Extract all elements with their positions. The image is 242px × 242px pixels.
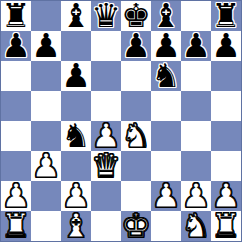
square-a4[interactable] [1, 121, 31, 151]
square-c2[interactable]: ♟ [61, 181, 91, 211]
square-g1[interactable]: ♞ [181, 211, 211, 241]
white-pawn: ♟ [1, 181, 31, 211]
white-pawn: ♟ [61, 181, 91, 211]
square-e5[interactable] [121, 91, 151, 121]
square-d4[interactable]: ♟ [91, 121, 121, 151]
black-king: ♚ [121, 1, 151, 31]
square-h3[interactable] [211, 151, 241, 181]
square-c6[interactable]: ♟ [61, 61, 91, 91]
square-g4[interactable] [181, 121, 211, 151]
square-f7[interactable]: ♟ [151, 31, 181, 61]
square-g3[interactable] [181, 151, 211, 181]
square-h1[interactable]: ♜ [211, 211, 241, 241]
square-a2[interactable]: ♟ [1, 181, 31, 211]
black-pawn: ♟ [31, 31, 61, 61]
square-f8[interactable]: ♝ [151, 1, 181, 31]
black-rook: ♜ [1, 1, 31, 31]
square-g2[interactable]: ♟ [181, 181, 211, 211]
square-f1[interactable] [151, 211, 181, 241]
square-b1[interactable] [31, 211, 61, 241]
white-knight: ♞ [121, 121, 151, 151]
square-a5[interactable] [1, 91, 31, 121]
square-e2[interactable] [121, 181, 151, 211]
square-h7[interactable]: ♟ [211, 31, 241, 61]
square-g6[interactable] [181, 61, 211, 91]
white-pawn: ♟ [91, 121, 121, 151]
white-king: ♚ [121, 211, 151, 241]
square-d7[interactable] [91, 31, 121, 61]
chess-board: ♜♝♛♚♝♜♟♟♟♟♟♟♟♞♞♟♞♟♛♟♟♟♟♟♜♝♚♞♜ [0, 0, 242, 242]
black-bishop: ♝ [151, 1, 181, 31]
square-d8[interactable]: ♛ [91, 1, 121, 31]
square-h4[interactable] [211, 121, 241, 151]
white-pawn: ♟ [181, 181, 211, 211]
square-h2[interactable]: ♟ [211, 181, 241, 211]
white-rook: ♜ [211, 211, 241, 241]
square-f3[interactable] [151, 151, 181, 181]
square-g7[interactable]: ♟ [181, 31, 211, 61]
square-a6[interactable] [1, 61, 31, 91]
white-knight: ♞ [181, 211, 211, 241]
square-h8[interactable]: ♜ [211, 1, 241, 31]
square-e1[interactable]: ♚ [121, 211, 151, 241]
black-pawn: ♟ [121, 31, 151, 61]
square-f2[interactable]: ♟ [151, 181, 181, 211]
square-b2[interactable] [31, 181, 61, 211]
square-g8[interactable] [181, 1, 211, 31]
square-f6[interactable]: ♞ [151, 61, 181, 91]
black-rook: ♜ [211, 1, 241, 31]
white-rook: ♜ [1, 211, 31, 241]
square-d1[interactable] [91, 211, 121, 241]
square-a7[interactable]: ♟ [1, 31, 31, 61]
black-pawn: ♟ [211, 31, 241, 61]
black-pawn: ♟ [151, 31, 181, 61]
square-c7[interactable] [61, 31, 91, 61]
square-a8[interactable]: ♜ [1, 1, 31, 31]
square-b8[interactable] [31, 1, 61, 31]
white-pawn: ♟ [31, 151, 61, 181]
square-e3[interactable] [121, 151, 151, 181]
square-b4[interactable] [31, 121, 61, 151]
black-queen: ♛ [91, 1, 121, 31]
square-e6[interactable] [121, 61, 151, 91]
square-e7[interactable]: ♟ [121, 31, 151, 61]
square-d6[interactable] [91, 61, 121, 91]
black-knight: ♞ [151, 61, 181, 91]
square-e4[interactable]: ♞ [121, 121, 151, 151]
white-pawn: ♟ [211, 181, 241, 211]
square-g5[interactable] [181, 91, 211, 121]
square-d5[interactable] [91, 91, 121, 121]
square-b3[interactable]: ♟ [31, 151, 61, 181]
black-bishop: ♝ [61, 1, 91, 31]
square-d3[interactable]: ♛ [91, 151, 121, 181]
square-c5[interactable] [61, 91, 91, 121]
black-pawn: ♟ [1, 31, 31, 61]
square-e8[interactable]: ♚ [121, 1, 151, 31]
black-pawn: ♟ [181, 31, 211, 61]
square-b6[interactable] [31, 61, 61, 91]
square-c8[interactable]: ♝ [61, 1, 91, 31]
white-pawn: ♟ [151, 181, 181, 211]
black-knight: ♞ [61, 121, 91, 151]
square-c1[interactable]: ♝ [61, 211, 91, 241]
square-a1[interactable]: ♜ [1, 211, 31, 241]
square-h5[interactable] [211, 91, 241, 121]
square-b5[interactable] [31, 91, 61, 121]
square-a3[interactable] [1, 151, 31, 181]
square-b7[interactable]: ♟ [31, 31, 61, 61]
square-c4[interactable]: ♞ [61, 121, 91, 151]
square-h6[interactable] [211, 61, 241, 91]
square-c3[interactable] [61, 151, 91, 181]
square-f5[interactable] [151, 91, 181, 121]
square-d2[interactable] [91, 181, 121, 211]
black-pawn: ♟ [61, 61, 91, 91]
white-queen: ♛ [91, 151, 121, 181]
square-f4[interactable] [151, 121, 181, 151]
white-bishop: ♝ [61, 211, 91, 241]
